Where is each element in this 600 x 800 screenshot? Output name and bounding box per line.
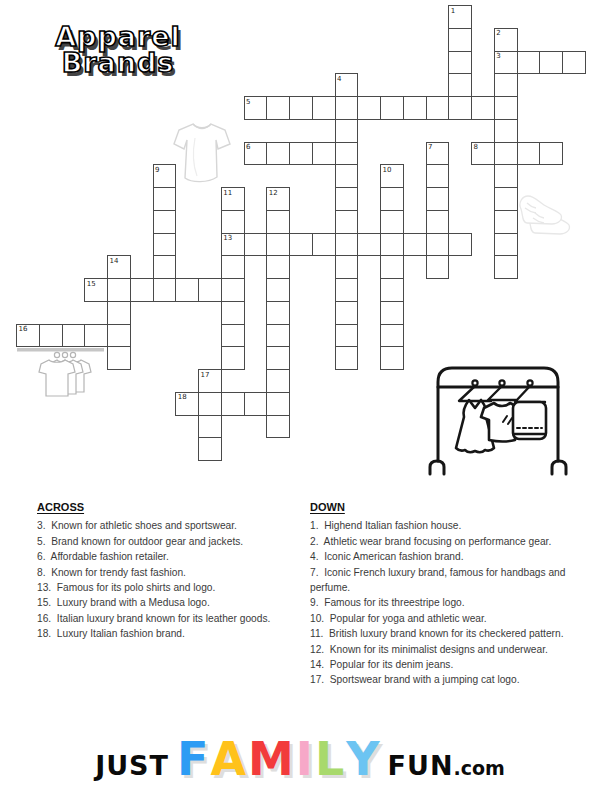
grid-cell-r17c9[interactable] (221, 392, 245, 416)
clue-number-1: 1 (451, 7, 455, 15)
grid-cell-r8c14[interactable] (335, 187, 359, 211)
grid-cell-r11c18[interactable] (426, 255, 450, 279)
logo-com: .com (454, 757, 505, 779)
grid-cell-r10c6[interactable] (153, 233, 177, 257)
grid-cell-r4c18[interactable] (426, 96, 450, 120)
across-clue-item: 18. Luxury Italian fashion brand. (37, 626, 305, 641)
grid-cell-r15c14[interactable] (335, 346, 359, 370)
grid-cell-r9c11[interactable] (266, 210, 290, 234)
grid-cell-r6c23[interactable] (539, 142, 563, 166)
grid-cell-r10c19[interactable] (448, 233, 472, 257)
grid-cell-r12c5[interactable] (130, 278, 154, 302)
clothing-rack-icon (426, 356, 570, 478)
clue-number-6: 6 (246, 143, 250, 151)
down-clues-section: DOWN 1. Highend Italian fashion house.2.… (310, 500, 582, 688)
puzzle-page: 123456789101112131415161718 Apparel Bran… (0, 0, 600, 800)
grid-cell-r4c16[interactable] (380, 96, 404, 120)
grid-cell-r9c21[interactable] (494, 210, 518, 234)
logo-family-letter-y: Y (346, 732, 379, 786)
across-header: ACROSS (37, 500, 305, 515)
grid-cell-r6c22[interactable] (517, 142, 541, 166)
grid-cell-r11c6[interactable] (153, 255, 177, 279)
grid-cell-r15c16[interactable] (380, 346, 404, 370)
grid-cell-r10c11[interactable] (266, 233, 290, 257)
grid-cell-r4c21[interactable] (494, 96, 518, 120)
grid-cell-r13c16[interactable] (380, 301, 404, 325)
grid-cell-r4c20[interactable] (471, 96, 495, 120)
grid-cell-r9c16[interactable] (380, 210, 404, 234)
clue-number-7: 7 (428, 143, 432, 151)
grid-cell-r6c21[interactable] (494, 142, 518, 166)
grid-cell-r1c19[interactable] (448, 28, 472, 52)
justfamilyfun-logo: JUST FAMILY FUN .com (0, 736, 600, 782)
grid-cell-r10c15[interactable] (357, 233, 381, 257)
grid-cell-r18c8[interactable] (198, 415, 222, 439)
logo-family-letter-l: L (315, 732, 344, 786)
clue-number-17: 17 (201, 371, 210, 379)
down-clue-item: 7. Iconic French luxury brand, famous fo… (310, 565, 582, 596)
clue-number-2: 2 (496, 29, 500, 37)
grid-cell-r7c21[interactable] (494, 164, 518, 188)
across-clue-item: 3. Known for athletic shoes and sportswe… (37, 518, 305, 533)
across-clues-section: ACROSS 3. Known for athletic shoes and s… (37, 500, 305, 642)
grid-cell-r15c11[interactable] (266, 346, 290, 370)
logo-fun: FUN (388, 750, 454, 781)
grid-cell-r4c15[interactable] (357, 96, 381, 120)
grid-cell-r5c14[interactable] (335, 119, 359, 143)
grid-cell-r9c6[interactable] (153, 210, 177, 234)
logo-family-letter-f: F (177, 732, 208, 786)
grid-cell-r4c14[interactable] (335, 96, 359, 120)
grid-cell-r9c18[interactable] (426, 210, 450, 234)
logo-just: JUST (95, 750, 169, 781)
grid-cell-r12c6[interactable] (153, 278, 177, 302)
grid-cell-r2c19[interactable] (448, 51, 472, 75)
grid-cell-r8c21[interactable] (494, 187, 518, 211)
grid-cell-r9c9[interactable] (221, 210, 245, 234)
grid-cell-r12c14[interactable] (335, 278, 359, 302)
logo-family-letter-m: M (248, 732, 294, 786)
grid-cell-r2c22[interactable] (517, 51, 541, 75)
clue-number-10: 10 (383, 166, 392, 174)
down-clue-item: 14. Popular for its denim jeans. (310, 657, 582, 672)
grid-cell-r4c11[interactable] (266, 96, 290, 120)
clue-number-8: 8 (474, 143, 478, 151)
grid-cell-r16c11[interactable] (266, 369, 290, 393)
clue-number-11: 11 (223, 189, 232, 197)
grid-cell-r12c9[interactable] (221, 278, 245, 302)
down-clue-item: 4. Iconic American fashion brand. (310, 549, 582, 564)
grid-cell-r17c8[interactable] (198, 392, 222, 416)
grid-cell-r13c4[interactable] (107, 301, 131, 325)
grid-cell-r12c7[interactable] (175, 278, 199, 302)
grid-cell-r12c11[interactable] (266, 278, 290, 302)
grid-cell-r4c12[interactable] (289, 96, 313, 120)
down-header: DOWN (310, 500, 582, 515)
logo-family-letter-a: A (210, 732, 246, 786)
grid-cell-r7c14[interactable] (335, 164, 359, 188)
down-clue-item: 17. Sportswear brand with a jumping cat … (310, 672, 582, 687)
grid-cell-r14c14[interactable] (335, 324, 359, 348)
grid-cell-r14c16[interactable] (380, 324, 404, 348)
logo-family-letter-i: I (296, 732, 313, 786)
grid-cell-r13c11[interactable] (266, 301, 290, 325)
across-clue-item: 13. Famous for its polo shirts and logo. (37, 580, 305, 595)
grid-cell-r10c18[interactable] (426, 233, 450, 257)
grid-cell-r18c11[interactable] (266, 415, 290, 439)
grid-cell-r10c10[interactable] (244, 233, 268, 257)
grid-cell-r14c1[interactable] (39, 324, 63, 348)
across-clue-item: 16. Italian luxury brand known for its l… (37, 611, 305, 626)
grid-cell-r11c9[interactable] (221, 255, 245, 279)
clue-number-13: 13 (223, 234, 232, 242)
grid-cell-r2c24[interactable] (562, 51, 586, 75)
grid-cell-r10c14[interactable] (335, 233, 359, 257)
grid-cell-r8c6[interactable] (153, 187, 177, 211)
clue-number-18: 18 (178, 393, 187, 401)
grid-cell-r12c8[interactable] (198, 278, 222, 302)
grid-cell-r13c9[interactable] (221, 301, 245, 325)
grid-cell-r10c16[interactable] (380, 233, 404, 257)
across-clue-item: 5. Brand known for outdoor gear and jack… (37, 534, 305, 549)
grid-cell-r4c19[interactable] (448, 96, 472, 120)
grid-cell-r14c2[interactable] (62, 324, 86, 348)
down-clue-item: 12. Known for its minimalist designs and… (310, 642, 582, 657)
across-clue-item: 6. Affordable fashion retailer. (37, 549, 305, 564)
grid-cell-r6c13[interactable] (312, 142, 336, 166)
grid-cell-r9c14[interactable] (335, 210, 359, 234)
across-clue-item: 8. Known for trendy fast fashion. (37, 565, 305, 580)
clue-number-9: 9 (155, 166, 159, 174)
grid-cell-r3c21[interactable] (494, 73, 518, 97)
grid-cell-r17c11[interactable] (266, 392, 290, 416)
down-clue-item: 1. Highend Italian fashion house. (310, 518, 582, 533)
clue-number-12: 12 (269, 189, 278, 197)
down-clue-item: 10. Popular for yoga and athletic wear. (310, 611, 582, 626)
down-clue-item: 9. Famous for its threestripe logo. (310, 595, 582, 610)
grid-cell-r4c13[interactable] (312, 96, 336, 120)
grid-cell-r3c19[interactable] (448, 73, 472, 97)
grid-cell-r10c21[interactable] (494, 233, 518, 257)
grid-cell-r15c9[interactable] (221, 346, 245, 370)
grid-cell-r11c14[interactable] (335, 255, 359, 279)
grid-cell-r14c9[interactable] (221, 324, 245, 348)
grid-cell-r5c21[interactable] (494, 119, 518, 143)
grid-cell-r6c11[interactable] (266, 142, 290, 166)
grid-cell-r7c18[interactable] (426, 164, 450, 188)
grid-cell-r6c14[interactable] (335, 142, 359, 166)
clue-number-5: 5 (246, 98, 250, 106)
grid-cell-r12c4[interactable] (107, 278, 131, 302)
grid-cell-r15c4[interactable] (107, 346, 131, 370)
grid-cell-r14c11[interactable] (266, 324, 290, 348)
grid-cell-r10c17[interactable] (403, 233, 427, 257)
grid-cell-r14c3[interactable] (84, 324, 108, 348)
grid-cell-r6c12[interactable] (289, 142, 313, 166)
grid-cell-r11c16[interactable] (380, 255, 404, 279)
logo-family: FAMILY (176, 736, 381, 782)
clue-number-16: 16 (19, 325, 28, 333)
clue-number-3: 3 (496, 52, 500, 60)
grid-cell-r2c23[interactable] (539, 51, 563, 75)
clue-number-4: 4 (337, 75, 341, 83)
grid-cell-r10c12[interactable] (289, 233, 313, 257)
grid-cell-r11c21[interactable] (494, 255, 518, 279)
down-clue-item: 2. Athletic wear brand focusing on perfo… (310, 534, 582, 549)
grid-cell-r10c13[interactable] (312, 233, 336, 257)
clue-number-15: 15 (87, 280, 96, 288)
grid-cell-r19c8[interactable] (198, 437, 222, 461)
across-clue-item: 15. Luxury brand with a Medusa logo. (37, 595, 305, 610)
down-clue-item: 11. British luxury brand known for its c… (310, 626, 582, 641)
grid-cell-r13c14[interactable] (335, 301, 359, 325)
grid-cell-r8c18[interactable] (426, 187, 450, 211)
grid-cell-r12c16[interactable] (380, 278, 404, 302)
grid-cell-r4c17[interactable] (403, 96, 427, 120)
grid-cell-r8c16[interactable] (380, 187, 404, 211)
clue-number-14: 14 (110, 257, 119, 265)
grid-cell-r17c10[interactable] (244, 392, 268, 416)
grid-cell-r11c11[interactable] (266, 255, 290, 279)
grid-cell-r14c4[interactable] (107, 324, 131, 348)
